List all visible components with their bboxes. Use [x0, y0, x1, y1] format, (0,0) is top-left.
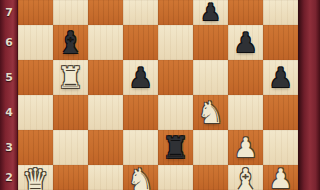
square-d7[interactable] [123, 0, 158, 25]
board-frame-left: 765432 [0, 0, 18, 190]
square-h3[interactable] [263, 130, 298, 165]
square-c5[interactable] [88, 60, 123, 95]
rank-label-5: 5 [0, 60, 18, 95]
square-a4[interactable] [18, 95, 53, 130]
square-d2[interactable]: ♞ [123, 165, 158, 190]
rank-label-6: 6 [0, 25, 18, 60]
square-f7[interactable]: ♟ [193, 0, 228, 25]
square-a3[interactable] [18, 130, 53, 165]
square-a6[interactable] [18, 25, 53, 60]
square-g2[interactable]: ♝ [228, 165, 263, 190]
chess-diagram: 765432 ♟♝♟♜♟♟♞♜♟♛♞♝♟ [0, 0, 320, 190]
square-c3[interactable] [88, 130, 123, 165]
white-pawn-g3[interactable]: ♟ [233, 134, 257, 161]
square-d6[interactable] [123, 25, 158, 60]
square-h7[interactable] [263, 0, 298, 25]
square-h4[interactable] [263, 95, 298, 130]
black-pawn-f7[interactable]: ♟ [200, 1, 221, 24]
black-rook-e3[interactable]: ♜ [162, 133, 189, 163]
square-e4[interactable] [158, 95, 193, 130]
square-b3[interactable] [53, 130, 88, 165]
square-d5[interactable]: ♟ [123, 60, 158, 95]
square-a7[interactable] [18, 0, 53, 25]
white-knight-d2[interactable]: ♞ [127, 165, 154, 190]
rank-label-2: 2 [0, 165, 18, 190]
square-b7[interactable] [53, 0, 88, 25]
black-pawn-g6[interactable]: ♟ [233, 29, 257, 56]
square-c2[interactable] [88, 165, 123, 190]
black-pawn-h5[interactable]: ♟ [268, 64, 292, 91]
square-c7[interactable] [88, 0, 123, 25]
square-g5[interactable] [228, 60, 263, 95]
square-f2[interactable] [193, 165, 228, 190]
white-pawn-h2[interactable]: ♟ [268, 165, 292, 190]
square-c6[interactable] [88, 25, 123, 60]
square-a2[interactable]: ♛ [18, 165, 53, 190]
rank-label-7: 7 [0, 0, 18, 25]
square-g6[interactable]: ♟ [228, 25, 263, 60]
white-rook-b5[interactable]: ♜ [57, 63, 84, 93]
rank-label-3: 3 [0, 130, 18, 165]
square-b6[interactable]: ♝ [53, 25, 88, 60]
square-a5[interactable] [18, 60, 53, 95]
square-e3[interactable]: ♜ [158, 130, 193, 165]
square-e6[interactable] [158, 25, 193, 60]
square-f6[interactable] [193, 25, 228, 60]
white-knight-f4[interactable]: ♞ [197, 98, 224, 128]
square-b4[interactable] [53, 95, 88, 130]
square-e7[interactable] [158, 0, 193, 25]
square-g7[interactable] [228, 0, 263, 25]
square-f5[interactable] [193, 60, 228, 95]
square-f3[interactable] [193, 130, 228, 165]
square-h2[interactable]: ♟ [263, 165, 298, 190]
square-b5[interactable]: ♜ [53, 60, 88, 95]
square-g3[interactable]: ♟ [228, 130, 263, 165]
square-h6[interactable] [263, 25, 298, 60]
white-queen-a2[interactable]: ♛ [22, 165, 49, 190]
white-bishop-g2[interactable]: ♝ [232, 165, 259, 190]
square-g4[interactable] [228, 95, 263, 130]
square-b2[interactable] [53, 165, 88, 190]
square-d3[interactable] [123, 130, 158, 165]
rank-label-4: 4 [0, 95, 18, 130]
black-pawn-d5[interactable]: ♟ [128, 64, 152, 91]
black-bishop-b6[interactable]: ♝ [57, 28, 84, 58]
square-e5[interactable] [158, 60, 193, 95]
square-c4[interactable] [88, 95, 123, 130]
board: ♟♝♟♜♟♟♞♜♟♛♞♝♟ [18, 0, 298, 190]
square-e2[interactable] [158, 165, 193, 190]
square-h5[interactable]: ♟ [263, 60, 298, 95]
square-d4[interactable] [123, 95, 158, 130]
square-f4[interactable]: ♞ [193, 95, 228, 130]
board-frame-right [298, 0, 320, 190]
